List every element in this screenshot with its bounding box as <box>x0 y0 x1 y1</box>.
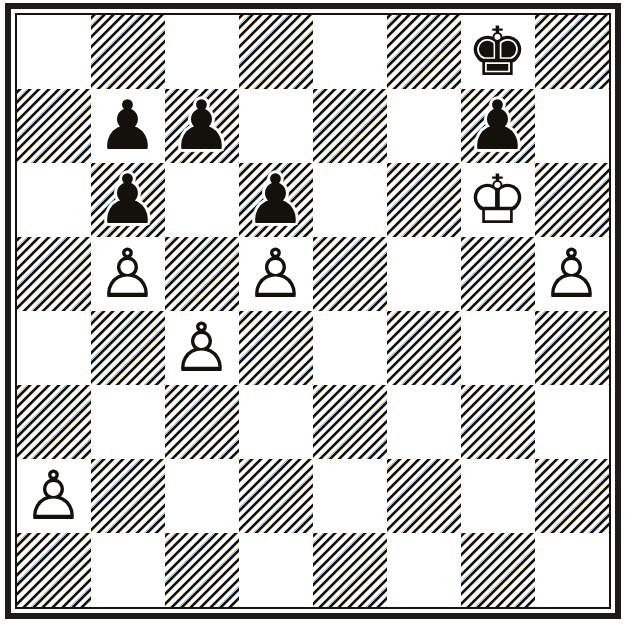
square-a4[interactable] <box>17 311 91 385</box>
square-g4[interactable] <box>461 311 535 385</box>
square-a7[interactable] <box>17 89 91 163</box>
square-d6[interactable]: ♟ <box>239 163 313 237</box>
square-e8[interactable] <box>313 15 387 89</box>
black-pawn-b6[interactable]: ♟ <box>97 163 158 237</box>
square-f4[interactable] <box>387 311 461 385</box>
black-king-g8[interactable]: ♚ <box>467 15 528 89</box>
square-g8[interactable]: ♚ <box>461 15 535 89</box>
square-e2[interactable] <box>313 459 387 533</box>
square-d7[interactable] <box>239 89 313 163</box>
white-king-g6[interactable]: ♔ <box>467 163 528 237</box>
square-h8[interactable] <box>535 15 609 89</box>
white-pawn-b5[interactable]: ♙ <box>97 237 158 311</box>
square-b4[interactable] <box>91 311 165 385</box>
square-b6[interactable]: ♟ <box>91 163 165 237</box>
square-f2[interactable] <box>387 459 461 533</box>
chess-board: ♚♟♟♟♟♟♔♙♙♙♙♙ <box>17 15 609 607</box>
square-e1[interactable] <box>313 533 387 607</box>
square-e5[interactable] <box>313 237 387 311</box>
square-b7[interactable]: ♟ <box>91 89 165 163</box>
white-pawn-h5[interactable]: ♙ <box>541 237 602 311</box>
square-e6[interactable] <box>313 163 387 237</box>
square-e7[interactable] <box>313 89 387 163</box>
square-d4[interactable] <box>239 311 313 385</box>
square-c3[interactable] <box>165 385 239 459</box>
square-a2[interactable]: ♙ <box>17 459 91 533</box>
square-a1[interactable] <box>17 533 91 607</box>
square-f1[interactable] <box>387 533 461 607</box>
square-g1[interactable] <box>461 533 535 607</box>
square-h1[interactable] <box>535 533 609 607</box>
square-a6[interactable] <box>17 163 91 237</box>
square-d8[interactable] <box>239 15 313 89</box>
square-c7[interactable]: ♟ <box>165 89 239 163</box>
black-pawn-c7[interactable]: ♟ <box>171 89 232 163</box>
square-g5[interactable] <box>461 237 535 311</box>
board-inner-frame: ♚♟♟♟♟♟♔♙♙♙♙♙ <box>15 13 611 609</box>
square-h4[interactable] <box>535 311 609 385</box>
square-b3[interactable] <box>91 385 165 459</box>
square-c1[interactable] <box>165 533 239 607</box>
square-g7[interactable]: ♟ <box>461 89 535 163</box>
black-pawn-g7[interactable]: ♟ <box>467 89 528 163</box>
square-b8[interactable] <box>91 15 165 89</box>
black-pawn-d6[interactable]: ♟ <box>245 163 306 237</box>
square-h3[interactable] <box>535 385 609 459</box>
square-f7[interactable] <box>387 89 461 163</box>
square-g6[interactable]: ♔ <box>461 163 535 237</box>
square-c2[interactable] <box>165 459 239 533</box>
square-b1[interactable] <box>91 533 165 607</box>
square-h5[interactable]: ♙ <box>535 237 609 311</box>
square-d1[interactable] <box>239 533 313 607</box>
square-d3[interactable] <box>239 385 313 459</box>
square-a5[interactable] <box>17 237 91 311</box>
square-b5[interactable]: ♙ <box>91 237 165 311</box>
black-pawn-b7[interactable]: ♟ <box>97 89 158 163</box>
square-c6[interactable] <box>165 163 239 237</box>
square-f6[interactable] <box>387 163 461 237</box>
square-h6[interactable] <box>535 163 609 237</box>
square-d5[interactable]: ♙ <box>239 237 313 311</box>
square-g3[interactable] <box>461 385 535 459</box>
square-g2[interactable] <box>461 459 535 533</box>
square-a8[interactable] <box>17 15 91 89</box>
white-pawn-c4[interactable]: ♙ <box>171 311 232 385</box>
square-f5[interactable] <box>387 237 461 311</box>
chess-diagram: ♚♟♟♟♟♟♔♙♙♙♙♙ <box>5 3 621 619</box>
square-e3[interactable] <box>313 385 387 459</box>
square-h7[interactable] <box>535 89 609 163</box>
white-pawn-a2[interactable]: ♙ <box>23 459 84 533</box>
white-pawn-d5[interactable]: ♙ <box>245 237 306 311</box>
square-c8[interactable] <box>165 15 239 89</box>
square-h2[interactable] <box>535 459 609 533</box>
square-f8[interactable] <box>387 15 461 89</box>
square-d2[interactable] <box>239 459 313 533</box>
square-e4[interactable] <box>313 311 387 385</box>
square-c4[interactable]: ♙ <box>165 311 239 385</box>
square-f3[interactable] <box>387 385 461 459</box>
square-b2[interactable] <box>91 459 165 533</box>
square-c5[interactable] <box>165 237 239 311</box>
square-a3[interactable] <box>17 385 91 459</box>
